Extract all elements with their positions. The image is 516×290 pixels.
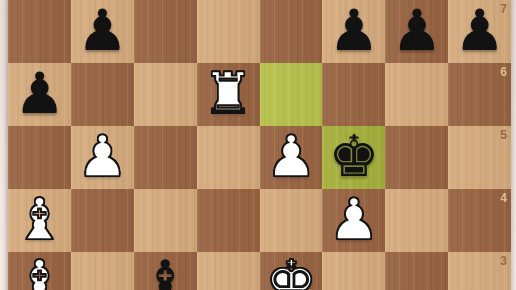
square-d5[interactable]: [197, 126, 260, 189]
square-a5[interactable]: [8, 126, 71, 189]
square-b5[interactable]: ♟: [71, 126, 134, 189]
square-g7[interactable]: ♟: [385, 0, 448, 63]
square-e5[interactable]: ♟: [260, 126, 323, 189]
page-background: ♟♟♟7♟♟♜6♟♟♚5♝♟4♝♝♚3: [0, 0, 516, 290]
white-rook-d6[interactable]: ♜: [197, 63, 260, 126]
black-king-f5[interactable]: ♚: [322, 126, 385, 189]
square-c7[interactable]: [134, 0, 197, 63]
white-bishop-a4[interactable]: ♝: [8, 189, 71, 252]
square-b4[interactable]: [71, 189, 134, 252]
square-a3[interactable]: ♝: [8, 252, 71, 290]
rank-label-7: 7: [500, 2, 507, 16]
square-c6[interactable]: [134, 63, 197, 126]
white-bishop-a3[interactable]: ♝: [8, 252, 71, 290]
square-h3[interactable]: 3: [448, 252, 511, 290]
square-a6[interactable]: ♟: [8, 63, 71, 126]
square-f7[interactable]: ♟: [322, 0, 385, 63]
white-pawn-e5[interactable]: ♟: [260, 126, 323, 189]
black-pawn-g7[interactable]: ♟: [385, 0, 448, 63]
square-f5-highlighted[interactable]: ♚: [322, 126, 385, 189]
square-a4[interactable]: ♝: [8, 189, 71, 252]
square-b3[interactable]: [71, 252, 134, 290]
square-f4[interactable]: ♟: [322, 189, 385, 252]
square-e3[interactable]: ♚: [260, 252, 323, 290]
square-e6-highlighted[interactable]: [260, 63, 323, 126]
square-f6[interactable]: [322, 63, 385, 126]
square-g6[interactable]: [385, 63, 448, 126]
square-e7[interactable]: [260, 0, 323, 63]
square-a7[interactable]: [8, 0, 71, 63]
square-h7[interactable]: 7♟: [448, 0, 511, 63]
black-bishop-c3[interactable]: ♝: [134, 252, 197, 290]
rank-label-6: 6: [500, 65, 507, 79]
square-g5[interactable]: [385, 126, 448, 189]
square-d7[interactable]: [197, 0, 260, 63]
square-h6[interactable]: 6: [448, 63, 511, 126]
square-c3[interactable]: ♝: [134, 252, 197, 290]
square-c4[interactable]: [134, 189, 197, 252]
chess-board: ♟♟♟7♟♟♜6♟♟♚5♝♟4♝♝♚3: [8, 0, 511, 290]
square-e4[interactable]: [260, 189, 323, 252]
rank-label-3: 3: [500, 254, 507, 268]
rank-label-4: 4: [500, 191, 507, 205]
white-king-e3[interactable]: ♚: [260, 252, 323, 290]
black-pawn-a6[interactable]: ♟: [8, 63, 71, 126]
square-h5[interactable]: 5: [448, 126, 511, 189]
square-b7[interactable]: ♟: [71, 0, 134, 63]
square-g4[interactable]: [385, 189, 448, 252]
white-pawn-b5[interactable]: ♟: [71, 126, 134, 189]
square-c5[interactable]: [134, 126, 197, 189]
square-d4[interactable]: [197, 189, 260, 252]
square-f3[interactable]: [322, 252, 385, 290]
square-b6[interactable]: [71, 63, 134, 126]
square-d3[interactable]: [197, 252, 260, 290]
square-h4[interactable]: 4: [448, 189, 511, 252]
black-pawn-b7[interactable]: ♟: [71, 0, 134, 63]
square-g3[interactable]: [385, 252, 448, 290]
white-pawn-f4[interactable]: ♟: [322, 189, 385, 252]
rank-label-5: 5: [500, 128, 507, 142]
black-pawn-f7[interactable]: ♟: [322, 0, 385, 63]
square-d6[interactable]: ♜: [197, 63, 260, 126]
